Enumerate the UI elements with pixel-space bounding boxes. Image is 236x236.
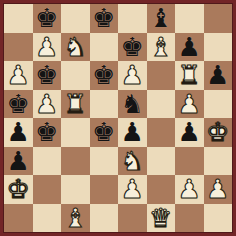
square-h6[interactable]: ♟ [204, 61, 233, 90]
square-g4[interactable]: ♟ [175, 118, 204, 147]
square-c3[interactable] [61, 147, 90, 176]
square-g1[interactable] [175, 204, 204, 233]
square-h4[interactable]: ♚ [204, 118, 233, 147]
square-a6[interactable]: ♟ [4, 61, 33, 90]
piece-white-pawn-b7: ♟ [35, 33, 58, 62]
square-c7[interactable]: ♞ [61, 33, 90, 62]
square-h2[interactable]: ♟ [204, 175, 233, 204]
piece-black-pawn-a4: ♟ [7, 118, 30, 147]
square-h5[interactable] [204, 90, 233, 119]
piece-black-king-b8: ♚ [35, 4, 58, 33]
piece-black-king-b6: ♚ [35, 61, 58, 90]
square-c1[interactable]: ♝ [61, 204, 90, 233]
square-d6[interactable]: ♚ [90, 61, 119, 90]
piece-white-bishop-c1: ♝ [64, 204, 87, 233]
square-f8[interactable]: ♝ [147, 4, 176, 33]
piece-black-king-d6: ♚ [92, 61, 115, 90]
piece-black-king-d4: ♚ [92, 118, 115, 147]
square-b2[interactable] [33, 175, 62, 204]
square-h8[interactable] [204, 4, 233, 33]
chess-board-frame: ♚♚♝♟♞♚♝♟♟♚♚♟♜♟♚♟♜♞♟♟♚♚♟♟♚♟♞♚♟♟♟♝♛ [0, 0, 236, 236]
square-e2[interactable]: ♟ [118, 175, 147, 204]
square-d7[interactable] [90, 33, 119, 62]
piece-white-pawn-g5: ♟ [178, 90, 201, 119]
square-b1[interactable] [33, 204, 62, 233]
piece-white-king-h4: ♚ [206, 118, 229, 147]
square-g3[interactable] [175, 147, 204, 176]
square-h3[interactable] [204, 147, 233, 176]
square-f1[interactable]: ♛ [147, 204, 176, 233]
square-f4[interactable] [147, 118, 176, 147]
square-g6[interactable]: ♜ [175, 61, 204, 90]
square-b7[interactable]: ♟ [33, 33, 62, 62]
square-a8[interactable] [4, 4, 33, 33]
square-a2[interactable]: ♚ [4, 175, 33, 204]
square-g5[interactable]: ♟ [175, 90, 204, 119]
square-b4[interactable]: ♚ [33, 118, 62, 147]
square-c8[interactable] [61, 4, 90, 33]
square-a1[interactable] [4, 204, 33, 233]
square-d2[interactable] [90, 175, 119, 204]
piece-white-knight-c7: ♞ [64, 33, 87, 62]
piece-black-pawn-e4: ♟ [121, 118, 144, 147]
square-d3[interactable] [90, 147, 119, 176]
square-g2[interactable]: ♟ [175, 175, 204, 204]
piece-black-king-a5: ♚ [7, 90, 30, 119]
piece-white-pawn-e2: ♟ [121, 175, 144, 204]
piece-black-pawn-g7: ♟ [178, 33, 201, 62]
piece-white-pawn-g2: ♟ [178, 175, 201, 204]
square-e1[interactable] [118, 204, 147, 233]
square-b6[interactable]: ♚ [33, 61, 62, 90]
square-h1[interactable] [204, 204, 233, 233]
piece-white-bishop-f7: ♝ [149, 33, 172, 62]
square-f6[interactable] [147, 61, 176, 90]
piece-black-king-e7: ♚ [121, 33, 144, 62]
piece-black-pawn-g4: ♟ [178, 118, 201, 147]
square-c6[interactable] [61, 61, 90, 90]
piece-black-pawn-h6: ♟ [206, 61, 229, 90]
square-f5[interactable] [147, 90, 176, 119]
piece-white-pawn-e6: ♟ [121, 61, 144, 90]
square-f3[interactable] [147, 147, 176, 176]
square-a4[interactable]: ♟ [4, 118, 33, 147]
square-b5[interactable]: ♟ [33, 90, 62, 119]
piece-white-rook-g6: ♜ [178, 61, 201, 90]
piece-white-king-a2: ♚ [7, 175, 30, 204]
piece-white-rook-c5: ♜ [64, 90, 87, 119]
square-e5[interactable]: ♞ [118, 90, 147, 119]
piece-white-queen-f1: ♛ [149, 204, 172, 233]
square-d1[interactable] [90, 204, 119, 233]
square-e3[interactable]: ♞ [118, 147, 147, 176]
piece-black-king-d8: ♚ [92, 4, 115, 33]
square-f7[interactable]: ♝ [147, 33, 176, 62]
square-a7[interactable] [4, 33, 33, 62]
square-h7[interactable] [204, 33, 233, 62]
square-b8[interactable]: ♚ [33, 4, 62, 33]
square-d8[interactable]: ♚ [90, 4, 119, 33]
square-g8[interactable] [175, 4, 204, 33]
square-b3[interactable] [33, 147, 62, 176]
square-e8[interactable] [118, 4, 147, 33]
square-e7[interactable]: ♚ [118, 33, 147, 62]
piece-black-knight-e5: ♞ [121, 90, 144, 119]
square-a3[interactable]: ♟ [4, 147, 33, 176]
square-d4[interactable]: ♚ [90, 118, 119, 147]
piece-white-pawn-b5: ♟ [35, 90, 58, 119]
piece-black-king-b4: ♚ [35, 118, 58, 147]
piece-white-pawn-a6: ♟ [7, 61, 30, 90]
square-c2[interactable] [61, 175, 90, 204]
square-a5[interactable]: ♚ [4, 90, 33, 119]
square-d5[interactable] [90, 90, 119, 119]
square-e4[interactable]: ♟ [118, 118, 147, 147]
square-c5[interactable]: ♜ [61, 90, 90, 119]
piece-black-bishop-f8: ♝ [149, 4, 172, 33]
chess-board-grid: ♚♚♝♟♞♚♝♟♟♚♚♟♜♟♚♟♜♞♟♟♚♚♟♟♚♟♞♚♟♟♟♝♛ [4, 4, 232, 232]
piece-white-pawn-h2: ♟ [206, 175, 229, 204]
square-g7[interactable]: ♟ [175, 33, 204, 62]
square-f2[interactable] [147, 175, 176, 204]
piece-black-pawn-a3: ♟ [7, 147, 30, 176]
square-c4[interactable] [61, 118, 90, 147]
piece-white-knight-e3: ♞ [121, 147, 144, 176]
square-e6[interactable]: ♟ [118, 61, 147, 90]
